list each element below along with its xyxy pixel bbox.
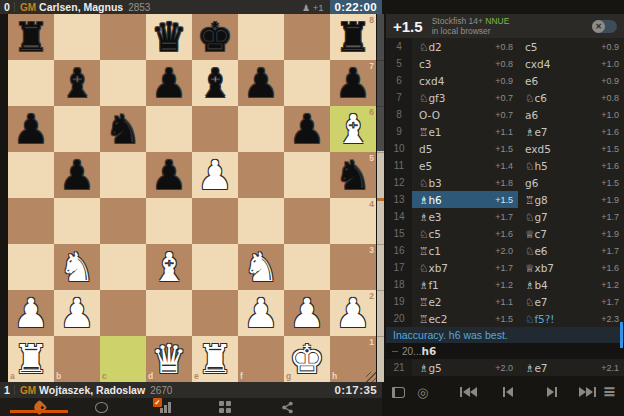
checkbox-icon: ✓ <box>153 398 162 407</box>
engine-info: Stockfish 14+ NNUE in local browser <box>432 16 510 36</box>
practice-button[interactable]: ◎ <box>417 386 428 399</box>
white-move-cell[interactable]: ♘xb7+1.7 <box>412 259 518 276</box>
move-row: 11e5+1.4♘h5+1.6 <box>386 157 624 174</box>
white-piece-g2: ♟ <box>289 290 325 336</box>
black-move-cell[interactable]: cxd4+1.0 <box>518 55 624 72</box>
black-move-cell[interactable]: ♘f5?!+2.3 <box>518 310 624 327</box>
square-b1[interactable]: b <box>54 336 100 382</box>
square-e8[interactable]: ♚ <box>192 14 238 60</box>
black-move-cell[interactable]: ♗e7+1.6 <box>518 123 624 140</box>
square-c4[interactable] <box>100 198 146 244</box>
black-piece-b5: ♟ <box>59 152 95 198</box>
square-f3[interactable]: ♞ <box>238 244 284 290</box>
square-b3[interactable]: ♞ <box>54 244 100 290</box>
rank-label-8: 8 <box>369 15 374 25</box>
black-move: ♘e7 <box>525 296 548 308</box>
white-move: cxd4 <box>419 75 444 87</box>
variation-line[interactable]: 20...h6 <box>386 343 624 359</box>
move-list: 4♘d2+0.8c5+0.95c3+0.8cxd4+1.06cxd4+0.9e6… <box>386 38 624 327</box>
gauge-tick <box>377 152 384 153</box>
black-move-eval: +1.7 <box>601 297 619 307</box>
white-move-cell[interactable]: ♗h6+1.5 <box>412 191 518 208</box>
square-a7[interactable] <box>8 60 54 106</box>
white-move: ♘d2 <box>419 41 442 53</box>
white-move: ♗f1 <box>419 279 439 291</box>
white-move-cell[interactable]: ♘c5+1.6 <box>412 225 518 242</box>
move-row: 21♗g5+2.0♗e7+2.1 <box>386 359 624 376</box>
move-number: 7 <box>386 89 412 106</box>
black-piece-h5: ♞ <box>335 152 371 198</box>
menu-icon[interactable]: ≡ <box>603 384 616 400</box>
black-move: ♘c6 <box>525 92 547 104</box>
square-e1[interactable]: ♜e <box>192 336 238 382</box>
white-move-eval: +1.2 <box>495 280 513 290</box>
white-move-cell[interactable]: O-O+0.7 <box>412 106 518 123</box>
gauge-tick <box>377 106 384 107</box>
white-move-cell[interactable]: ♖ec2+1.5 <box>412 310 518 327</box>
black-move: c5 <box>525 41 537 53</box>
black-piece-c6: ♞ <box>105 106 141 152</box>
black-move: ♗e7 <box>525 362 548 374</box>
black-move-eval: +1.6 <box>601 161 619 171</box>
square-f8[interactable] <box>238 14 284 60</box>
black-move-eval: +1.7 <box>601 212 619 222</box>
gauge-tick <box>377 60 384 61</box>
square-d8[interactable]: ♛ <box>146 14 192 60</box>
file-label-g: g <box>286 371 291 381</box>
square-a6[interactable]: ♟ <box>8 106 54 152</box>
white-move-cell[interactable]: e5+1.4 <box>412 157 518 174</box>
white-move-eval: +1.8 <box>495 178 513 188</box>
black-move-eval: +1.5 <box>601 144 619 154</box>
square-e6[interactable] <box>192 106 238 152</box>
square-c3[interactable] <box>100 244 146 290</box>
white-move: ♗g5 <box>419 362 442 374</box>
black-move: ♗b4 <box>525 279 548 291</box>
square-a2[interactable]: ♟ <box>8 290 54 336</box>
move-row: 13♗h6+1.5♖g8+1.9 <box>386 191 624 208</box>
bottom-player-rating: 2670 <box>150 385 172 396</box>
black-move-eval: +1.7 <box>601 246 619 256</box>
bottom-player-title: GM <box>20 385 36 396</box>
square-a1[interactable]: ♜a <box>8 336 54 382</box>
white-move-eval: +0.7 <box>495 110 513 120</box>
white-move-cell[interactable]: ♗f1+1.2 <box>412 276 518 293</box>
white-piece-d1: ♛ <box>151 336 187 382</box>
square-h2[interactable]: ♟2 <box>330 290 376 336</box>
file-label-d: d <box>148 371 153 381</box>
square-d7[interactable]: ♟ <box>146 60 192 106</box>
white-piece-b2: ♟ <box>59 290 95 336</box>
white-piece-b3: ♞ <box>59 244 95 290</box>
white-piece-e1: ♜ <box>197 336 233 382</box>
white-move: ♖c1 <box>419 245 441 257</box>
chess-board[interactable]: ♜♛♚♜8♝♟♝♟♟7♟♞♟♝6♟♟♟♞54♞♝♞3♟♟♟♟♟2♜abc♛d♜e… <box>8 14 376 382</box>
black-move: ♘e6 <box>525 245 548 257</box>
square-c6[interactable]: ♞ <box>100 106 146 152</box>
move-number: 17 <box>386 259 412 276</box>
black-move-eval: +2.3 <box>601 314 619 324</box>
target-icon: ◎ <box>417 386 428 399</box>
nnue-badge: NNUE <box>485 16 509 26</box>
square-h7[interactable]: ♟7 <box>330 60 376 106</box>
white-move-cell[interactable]: ♘b3+1.8 <box>412 174 518 191</box>
white-move: d5 <box>419 143 432 155</box>
black-move-cell[interactable]: g6+1.5 <box>518 174 624 191</box>
black-move-eval: +0.9 <box>601 76 619 86</box>
move-row: 12♘b3+1.8g6+1.5 <box>386 174 624 191</box>
black-move: exd5 <box>525 143 551 155</box>
black-piece-d5: ♟ <box>151 152 187 198</box>
square-h6[interactable]: ♝6 <box>330 106 376 152</box>
square-b7[interactable]: ♝ <box>54 60 100 106</box>
white-move-cell[interactable]: ♖e1+1.1 <box>412 123 518 140</box>
tab-chat[interactable] <box>70 398 132 416</box>
move-row: 18♗f1+1.2♗b4+1.2 <box>386 276 624 293</box>
move-row: 7♘gf3+0.7♘c6+0.8 <box>386 89 624 106</box>
black-piece-d8: ♛ <box>151 14 187 60</box>
square-g6[interactable]: ♟ <box>284 106 330 152</box>
black-move-cell[interactable]: ♘c6+0.8 <box>518 89 624 106</box>
gauge-tick <box>377 244 384 245</box>
move-row: 6cxd4+0.9e6+0.9 <box>386 72 624 89</box>
white-move-cell[interactable]: ♗e3+1.7 <box>412 208 518 225</box>
file-label-h: h <box>332 371 337 381</box>
move-row: 15♘c5+1.6♕c7+1.9 <box>386 225 624 242</box>
white-move: ♘b3 <box>419 177 442 189</box>
material-imbalance: ♟ +1 <box>302 2 324 13</box>
eval-gauge <box>377 14 384 382</box>
black-move-cell[interactable]: c5+0.9 <box>518 38 624 55</box>
rank-label-5: 5 <box>369 153 374 163</box>
black-move-eval: +1.2 <box>601 280 619 290</box>
black-piece-a6: ♟ <box>13 106 49 152</box>
move-number: 12 <box>386 174 412 191</box>
white-move: O-O <box>419 109 440 121</box>
square-e4[interactable] <box>192 198 238 244</box>
tab-share[interactable] <box>256 398 318 416</box>
move-row: 10d5+1.5exd5+1.5 <box>386 140 624 157</box>
white-move-eval: +0.8 <box>495 42 513 52</box>
engine-toggle[interactable]: ✕ <box>592 20 617 33</box>
board-resize-handle[interactable] <box>366 372 376 382</box>
move-number: 5 <box>386 55 412 72</box>
analysis-panel: +1.5 Stockfish 14+ NNUE in local browser… <box>386 0 624 416</box>
white-move-cell[interactable]: d5+1.5 <box>412 140 518 157</box>
white-move-cell[interactable]: ♘gf3+0.7 <box>412 89 518 106</box>
tab-move-times[interactable]: ✓ <box>132 398 194 416</box>
square-g5[interactable] <box>284 152 330 198</box>
black-piece-a8: ♜ <box>13 14 49 60</box>
white-move: ♘c5 <box>419 228 441 240</box>
square-b2[interactable]: ♟ <box>54 290 100 336</box>
white-move-eval: +1.5 <box>495 144 513 154</box>
move-number: 14 <box>386 208 412 225</box>
square-h4[interactable]: 4 <box>330 198 376 244</box>
square-a3[interactable] <box>8 244 54 290</box>
top-player-title: GM <box>20 2 36 13</box>
black-move: ♘g7 <box>525 211 548 223</box>
black-move-eval: +0.9 <box>601 42 619 52</box>
square-d4[interactable] <box>146 198 192 244</box>
engine-eval: +1.5 <box>393 18 423 35</box>
move-number: 9 <box>386 123 412 140</box>
white-move-eval: +1.1 <box>495 127 513 137</box>
share-icon <box>281 401 294 414</box>
move-number: 19 <box>386 293 412 310</box>
tab-boards[interactable] <box>194 398 256 416</box>
analysis-toolbar: ◎ ≡ <box>386 381 624 403</box>
square-h8[interactable]: ♜8 <box>330 14 376 60</box>
white-move: e5 <box>419 160 432 172</box>
square-g3[interactable] <box>284 244 330 290</box>
square-e7[interactable]: ♝ <box>192 60 238 106</box>
white-move: ♘xb7 <box>419 262 448 274</box>
white-move-eval: +2.0 <box>495 246 513 256</box>
book-icon <box>392 387 405 398</box>
black-move-eval: +1.0 <box>601 59 619 69</box>
black-move-cell[interactable]: ♕xb7+1.6 <box>518 259 624 276</box>
black-move-cell[interactable]: a6+1.0 <box>518 106 624 123</box>
square-d1[interactable]: ♛d <box>146 336 192 382</box>
square-h5[interactable]: ♞5 <box>330 152 376 198</box>
board-toolbar: ✓ <box>0 398 382 416</box>
move-row: 19♖e2+1.1♘e7+1.7 <box>386 293 624 310</box>
square-g2[interactable]: ♟ <box>284 290 330 336</box>
square-f6[interactable] <box>238 106 284 152</box>
black-move: ♕c7 <box>525 228 547 240</box>
engine-header: +1.5 Stockfish 14+ NNUE in local browser… <box>386 14 624 38</box>
rank-label-2: 2 <box>369 291 374 301</box>
square-d6[interactable] <box>146 106 192 152</box>
black-move-cell[interactable]: ♘e6+1.7 <box>518 242 624 259</box>
square-c5[interactable] <box>100 152 146 198</box>
black-move-cell[interactable]: ♘g7+1.7 <box>518 208 624 225</box>
black-move-cell[interactable]: ♘e7+1.7 <box>518 293 624 310</box>
square-b6[interactable] <box>54 106 100 152</box>
white-move-eval: +1.7 <box>495 212 513 222</box>
move-number: 11 <box>386 157 412 174</box>
black-move-eval: +0.8 <box>601 93 619 103</box>
white-move-cell[interactable]: cxd4+0.9 <box>412 72 518 89</box>
file-label-e: e <box>194 371 199 381</box>
opening-book-button[interactable] <box>392 387 405 398</box>
top-player-name[interactable]: Carlsen, Magnus <box>39 1 123 13</box>
black-move-eval: +1.6 <box>601 263 619 273</box>
white-move-eval: +1.4 <box>495 161 513 171</box>
square-f2[interactable]: ♟ <box>238 290 284 336</box>
move-number: 10 <box>386 140 412 157</box>
square-b4[interactable] <box>54 198 100 244</box>
move-number: 8 <box>386 106 412 123</box>
go-forward-button[interactable] <box>547 387 557 397</box>
move-number: 16 <box>386 242 412 259</box>
white-piece-a2: ♟ <box>13 290 49 336</box>
go-first-button[interactable] <box>460 387 477 397</box>
square-e3[interactable] <box>192 244 238 290</box>
black-move-cell[interactable]: e6+0.9 <box>518 72 624 89</box>
tab-tags[interactable] <box>8 398 70 416</box>
square-d3[interactable]: ♝ <box>146 244 192 290</box>
square-c1[interactable]: c <box>100 336 146 382</box>
square-d2[interactable] <box>146 290 192 336</box>
square-a4[interactable] <box>8 198 54 244</box>
rank-label-3: 3 <box>369 245 374 255</box>
white-piece-e5: ♟ <box>197 152 233 198</box>
file-label-a: a <box>10 371 15 381</box>
move-number: 6 <box>386 72 412 89</box>
black-piece-h7: ♟ <box>335 60 371 106</box>
black-move-eval: +1.6 <box>601 127 619 137</box>
white-move: ♖e1 <box>419 126 442 138</box>
top-result: 0 <box>0 2 15 12</box>
square-g8[interactable] <box>284 14 330 60</box>
rank-label-7: 7 <box>369 61 374 71</box>
move-list-extra: 21♗g5+2.0♗e7+2.1 <box>386 359 624 376</box>
move-row: 14♗e3+1.7♘g7+1.7 <box>386 208 624 225</box>
top-clock: 0:22:00 <box>330 0 382 14</box>
black-move-cell[interactable]: ♗b4+1.2 <box>518 276 624 293</box>
black-piece-e8: ♚ <box>197 14 233 60</box>
move-row: 20♖ec2+1.5♘f5?!+2.3 <box>386 310 624 327</box>
square-f5[interactable] <box>238 152 284 198</box>
square-g4[interactable] <box>284 198 330 244</box>
bottom-player-name[interactable]: Wojtaszek, Radoslaw <box>39 384 145 396</box>
white-move: c3 <box>419 58 431 70</box>
move-number: 18 <box>386 276 412 293</box>
white-move-eval: +1.5 <box>495 195 513 205</box>
black-move: ♖g8 <box>525 194 548 206</box>
white-move-eval: +0.7 <box>495 93 513 103</box>
move-row: 16♖c1+2.0♘e6+1.7 <box>386 242 624 259</box>
square-f7[interactable]: ♟ <box>238 60 284 106</box>
move-number: 4 <box>386 38 412 55</box>
move-number: 15 <box>386 225 412 242</box>
gauge-tick <box>377 336 384 337</box>
move-comment: Inaccuracy. h6 was best. <box>386 327 624 343</box>
black-move: ♕xb7 <box>525 262 554 274</box>
square-c7[interactable] <box>100 60 146 106</box>
black-move: ♗e7 <box>525 126 548 138</box>
square-d5[interactable]: ♟ <box>146 152 192 198</box>
white-move-eval: +1.6 <box>495 229 513 239</box>
square-f1[interactable]: f <box>238 336 284 382</box>
square-b5[interactable]: ♟ <box>54 152 100 198</box>
white-piece-h6: ♝ <box>335 106 371 152</box>
square-a8[interactable]: ♜ <box>8 14 54 60</box>
file-label-b: b <box>56 371 61 381</box>
move-number: 13 <box>386 191 412 208</box>
move-number: 20 <box>386 310 412 327</box>
white-piece-g1: ♚ <box>289 336 325 382</box>
chart-check-icon: ✓ <box>155 401 171 413</box>
scrollbar-thumb[interactable] <box>620 322 623 348</box>
rank-label-4: 4 <box>369 199 374 209</box>
black-move-cell[interactable]: ♗e7+2.1 <box>518 359 624 376</box>
bottom-player-bar: 1 GM Wojtaszek, Radoslaw 2670 0:17:35 <box>0 382 382 398</box>
white-piece-d3: ♝ <box>151 244 187 290</box>
move-number: 21 <box>386 359 412 376</box>
square-b8[interactable] <box>54 14 100 60</box>
white-move: ♖ec2 <box>419 313 447 325</box>
move-row: 8O-O+0.7a6+1.0 <box>386 106 624 123</box>
go-last-button[interactable] <box>579 387 596 397</box>
black-move: ♘h5 <box>525 160 548 172</box>
square-c2[interactable] <box>100 290 146 336</box>
white-piece-f2: ♟ <box>243 290 279 336</box>
move-row: 4♘d2+0.8c5+0.9 <box>386 38 624 55</box>
file-label-c: c <box>102 371 107 381</box>
white-move-cell[interactable]: ♖e2+1.1 <box>412 293 518 310</box>
square-e5[interactable]: ♟ <box>192 152 238 198</box>
white-move: ♘gf3 <box>419 92 445 104</box>
square-g1[interactable]: ♚g <box>284 336 330 382</box>
black-move-eval: +1.5 <box>601 178 619 188</box>
black-move-cell[interactable]: ♕c7+1.9 <box>518 225 624 242</box>
white-move: ♖e2 <box>419 296 442 308</box>
grid-icon <box>219 401 231 413</box>
white-move-eval: +0.8 <box>495 59 513 69</box>
white-move-eval: +0.9 <box>495 76 513 86</box>
top-player-rating: 2853 <box>128 2 150 13</box>
white-move-cell[interactable]: ♗g5+2.0 <box>412 359 518 376</box>
square-g7[interactable] <box>284 60 330 106</box>
gauge-tick <box>377 290 384 291</box>
white-move-eval: +1.7 <box>495 263 513 273</box>
white-move-eval: +2.0 <box>495 363 513 373</box>
bottom-clock: 0:17:35 <box>330 382 382 398</box>
eval-gauge-black-portion <box>377 14 384 151</box>
black-move-cell[interactable]: ♖g8+1.9 <box>518 191 624 208</box>
white-move-eval: +1.5 <box>495 314 513 324</box>
file-label-f: f <box>240 371 243 381</box>
black-move-eval: +1.9 <box>601 229 619 239</box>
go-back-button[interactable] <box>503 387 513 397</box>
white-move-eval: +1.1 <box>495 297 513 307</box>
black-move: g6 <box>525 177 538 189</box>
black-move-eval: +1.9 <box>601 195 619 205</box>
white-move: ♗e3 <box>419 211 442 223</box>
white-move-cell[interactable]: ♖c1+2.0 <box>412 242 518 259</box>
black-move: a6 <box>525 109 538 121</box>
white-piece-h2: ♟ <box>335 290 371 336</box>
white-move: ♗h6 <box>419 194 442 206</box>
tag-icon <box>31 399 47 415</box>
square-f4[interactable] <box>238 198 284 244</box>
black-move: ♘f5?! <box>525 313 555 325</box>
black-piece-h8: ♜ <box>335 14 371 60</box>
black-move: e6 <box>525 75 538 87</box>
black-move-cell[interactable]: ♘h5+1.6 <box>518 157 624 174</box>
black-piece-d7: ♟ <box>151 60 187 106</box>
white-move-cell[interactable]: c3+0.8 <box>412 55 518 72</box>
black-move: cxd4 <box>525 58 550 70</box>
square-c8[interactable] <box>100 14 146 60</box>
black-move-cell[interactable]: exd5+1.5 <box>518 140 624 157</box>
top-player-bar: 0 GM Carlsen, Magnus 2853 ♟ +1 0:22:00 <box>0 0 382 14</box>
pawn-icon: ♟ <box>302 3 310 13</box>
square-e2[interactable] <box>192 290 238 336</box>
move-row: 9♖e1+1.1♗e7+1.6 <box>386 123 624 140</box>
square-a5[interactable] <box>8 152 54 198</box>
black-move-eval: +1.0 <box>601 110 619 120</box>
gauge-mid-tick <box>377 198 384 201</box>
white-move-cell[interactable]: ♘d2+0.8 <box>412 38 518 55</box>
square-h3[interactable]: 3 <box>330 244 376 290</box>
black-move-eval: +2.1 <box>601 363 619 373</box>
square-h1[interactable]: 1h <box>330 336 376 382</box>
toggle-knob: ✕ <box>592 20 605 33</box>
